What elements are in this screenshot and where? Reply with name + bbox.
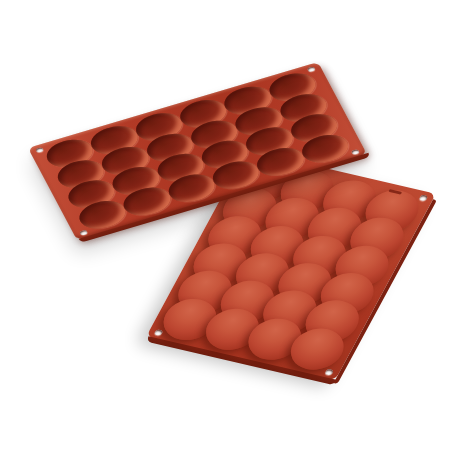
hanging-hole [419, 195, 429, 202]
hanging-hole [324, 369, 334, 376]
product-photo-stage [0, 0, 450, 450]
hanging-hole [154, 329, 164, 336]
